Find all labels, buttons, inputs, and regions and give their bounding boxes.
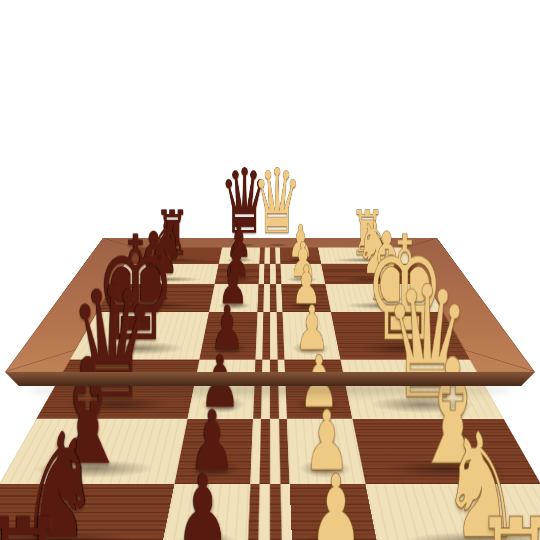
square-e5 [263,312,270,359]
square-e1: ♚ [331,312,470,359]
piece-black-rook: ♜ [155,204,189,262]
square-h1: ♜ [318,247,416,263]
square-g7: ♟ [215,264,259,284]
square-h2: ♟ [280,247,321,263]
board-side-edge [5,372,535,386]
square-e2: ♟ [283,312,340,359]
square-f2: ♟ [281,284,330,312]
square-c1: ♝ [352,419,540,485]
square-c8: ♝ [0,419,188,485]
board-grid: ♜♟♟♜♞♟♟♞♝♟♟♝♚♟♟♚♛♟♟♛♝♟♟♝♞♟♟♞♜♟♟♜ [75,247,464,350]
square-b5 [258,484,270,540]
square-g2: ♟ [281,264,325,284]
chess-set-photo: ♜♟♟♜♞♟♟♞♝♟♟♝♚♟♟♚♛♟♟♛♝♟♟♝♞♟♟♞♜♟♟♜ ♛ ♛ [0,0,540,540]
border-miter-joint [102,238,135,248]
square-g1: ♞ [321,264,427,284]
square-g8: ♞ [113,264,219,284]
square-b1: ♞ [365,484,540,540]
square-e7: ♟ [200,312,257,359]
square-f7: ♟ [209,284,258,312]
extra-queen-light: ♛ [263,236,292,245]
board-shadow [28,385,512,394]
square-f8: ♝ [97,284,215,312]
piece-white-rook: ♜ [351,204,385,262]
square-h8: ♜ [125,247,223,263]
piece-black-extra-queen: ♛ [220,159,270,244]
chess-board: ♜♟♟♜♞♟♟♞♝♟♟♝♚♟♟♚♛♟♟♛♝♟♟♝♞♟♟♞♜♟♟♜ ♛ ♛ [5,238,535,372]
piece-white-pawn: ♟ [288,220,313,263]
square-b8: ♞ [0,484,175,540]
piece-white-extra-queen: ♛ [252,159,302,244]
square-f1: ♝ [325,284,443,312]
square-b7: ♟ [160,484,250,540]
square-h7: ♟ [219,247,260,263]
square-c5 [260,419,270,485]
extra-queen-dark: ♛ [230,236,259,245]
square-c7: ♟ [175,419,253,485]
square-e8: ♚ [70,312,209,359]
border-miter-joint [405,238,438,248]
